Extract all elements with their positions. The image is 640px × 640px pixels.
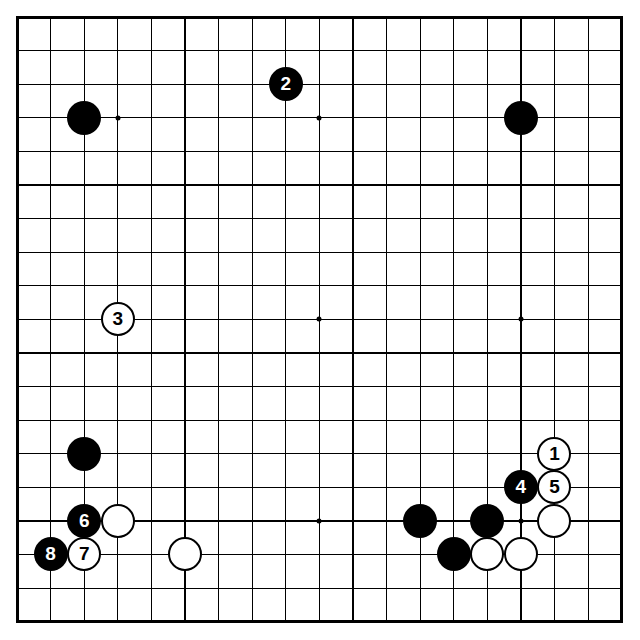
go-diagram-page: 12345678 — [0, 0, 640, 640]
stone-black-N4 — [403, 504, 437, 538]
stone-white-D4 — [101, 504, 135, 538]
stone-white-D10: 3 — [101, 302, 135, 336]
stone-white-P3 — [470, 537, 504, 571]
move-number-label: 5 — [549, 477, 560, 497]
stones-grid: 12345678 — [0, 0, 638, 638]
go-board: 12345678 — [0, 0, 640, 640]
stone-white-C3: 7 — [67, 537, 101, 571]
stone-white-F3 — [168, 537, 202, 571]
move-number-label: 1 — [549, 444, 560, 464]
move-number-label: 6 — [79, 511, 90, 531]
move-number-label: 8 — [45, 544, 56, 564]
stone-white-R6: 1 — [537, 437, 571, 471]
stone-black-C6 — [67, 437, 101, 471]
stone-black-Q16 — [504, 101, 538, 135]
stone-black-C4: 6 — [67, 504, 101, 538]
stone-white-R5: 5 — [537, 470, 571, 504]
stone-white-R4 — [537, 504, 571, 538]
move-number-label: 4 — [516, 477, 527, 497]
move-number-label: 3 — [112, 309, 123, 329]
stone-black-C16 — [67, 101, 101, 135]
stone-black-P4 — [470, 504, 504, 538]
stone-white-Q3 — [504, 537, 538, 571]
move-number-label: 7 — [79, 544, 90, 564]
move-number-label: 2 — [280, 74, 291, 94]
stone-black-O3 — [437, 537, 471, 571]
stone-black-J17: 2 — [269, 67, 303, 101]
stone-black-B3: 8 — [34, 537, 68, 571]
stone-black-Q5: 4 — [504, 470, 538, 504]
